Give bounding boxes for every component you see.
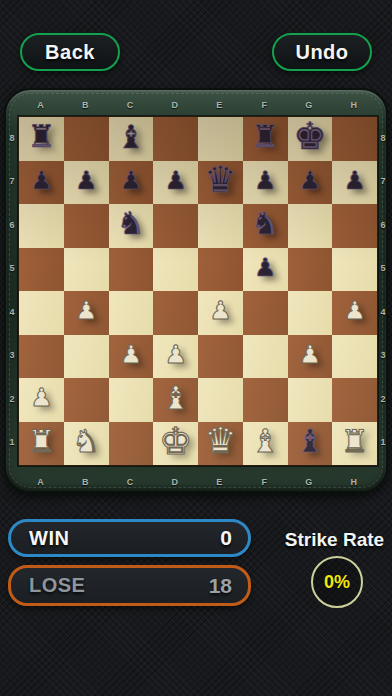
- rank-label-8: 8: [6, 116, 18, 160]
- square-e8[interactable]: [198, 117, 243, 161]
- square-c2[interactable]: [109, 378, 154, 422]
- file-label-a: A: [18, 474, 63, 490]
- file-label-e: E: [197, 474, 242, 490]
- square-a4[interactable]: [19, 291, 64, 335]
- piece-white-pawn[interactable]: ♟: [120, 342, 142, 367]
- square-g5[interactable]: [288, 248, 333, 292]
- file-label-f: F: [242, 97, 287, 113]
- square-d2[interactable]: ♝: [153, 378, 198, 422]
- square-h3[interactable]: [332, 335, 377, 379]
- rank-label-3: 3: [6, 334, 18, 378]
- square-b8[interactable]: [64, 117, 109, 161]
- file-label-d: D: [152, 97, 197, 113]
- square-h5[interactable]: [332, 248, 377, 292]
- piece-black-pawn[interactable]: ♟: [164, 168, 186, 193]
- piece-black-knight[interactable]: ♞: [251, 208, 279, 239]
- square-c4[interactable]: [109, 291, 154, 335]
- piece-white-rook[interactable]: ♜: [341, 426, 369, 457]
- chess-board-frame: ABCDEFGH 87654321 87654321 ABCDEFGH ♜♝♜♚…: [4, 88, 388, 493]
- lose-label: LOSE: [29, 574, 85, 597]
- file-label-h: H: [331, 97, 376, 113]
- piece-black-king[interactable]: ♚: [293, 118, 326, 155]
- square-a1[interactable]: ♜: [19, 422, 64, 466]
- piece-white-pawn[interactable]: ♟: [343, 298, 365, 323]
- square-d8[interactable]: [153, 117, 198, 161]
- piece-white-rook[interactable]: ♜: [27, 426, 55, 457]
- file-label-g: G: [287, 97, 332, 113]
- square-g3[interactable]: ♟: [288, 335, 333, 379]
- lose-value: 18: [209, 574, 232, 598]
- square-c6[interactable]: ♞: [109, 204, 154, 248]
- square-c3[interactable]: ♟: [109, 335, 154, 379]
- square-c5[interactable]: [109, 248, 154, 292]
- square-f8[interactable]: ♜: [243, 117, 288, 161]
- piece-black-pawn[interactable]: ♟: [299, 168, 321, 193]
- back-button[interactable]: Back: [20, 33, 120, 71]
- lose-counter: LOSE 18: [8, 565, 251, 606]
- rank-label-3: 3: [377, 334, 389, 378]
- square-c7[interactable]: ♟: [109, 161, 154, 205]
- piece-black-pawn[interactable]: ♟: [120, 168, 142, 193]
- square-b4[interactable]: ♟: [64, 291, 109, 335]
- rank-label-5: 5: [6, 247, 18, 291]
- rank-label-1: 1: [6, 421, 18, 465]
- square-f5[interactable]: ♟: [243, 248, 288, 292]
- piece-black-pawn[interactable]: ♟: [254, 255, 276, 280]
- square-e4[interactable]: ♟: [198, 291, 243, 335]
- file-label-b: B: [63, 97, 108, 113]
- square-a6[interactable]: [19, 204, 64, 248]
- piece-white-pawn[interactable]: ♟: [209, 298, 231, 323]
- file-label-f: F: [242, 474, 287, 490]
- square-g2[interactable]: [288, 378, 333, 422]
- square-d3[interactable]: ♟: [153, 335, 198, 379]
- piece-white-bishop[interactable]: ♝: [251, 425, 280, 457]
- strike-rate-badge: 0%: [311, 556, 363, 608]
- rank-label-2: 2: [6, 377, 18, 421]
- chess-board[interactable]: ♜♝♜♚♟♟♟♟♛♟♟♟♞♞♟♟♟♟♟♟♟♟♝♜♞♚♛♝♝♜: [18, 116, 378, 466]
- square-d5[interactable]: [153, 248, 198, 292]
- square-a7[interactable]: ♟: [19, 161, 64, 205]
- square-b1[interactable]: ♞: [64, 422, 109, 466]
- square-e1[interactable]: ♛: [198, 422, 243, 466]
- file-label-e: E: [197, 97, 242, 113]
- rank-labels-right: 87654321: [377, 116, 389, 464]
- rank-label-4: 4: [377, 290, 389, 334]
- piece-white-king[interactable]: ♚: [159, 423, 192, 460]
- piece-white-bishop[interactable]: ♝: [161, 382, 190, 414]
- rank-label-6: 6: [377, 203, 389, 247]
- square-b7[interactable]: ♟: [64, 161, 109, 205]
- square-g6[interactable]: [288, 204, 333, 248]
- square-d7[interactable]: ♟: [153, 161, 198, 205]
- square-h2[interactable]: [332, 378, 377, 422]
- square-h8[interactable]: [332, 117, 377, 161]
- piece-black-bishop[interactable]: ♝: [296, 425, 325, 457]
- square-a2[interactable]: ♟: [19, 378, 64, 422]
- square-a8[interactable]: ♜: [19, 117, 64, 161]
- square-e6[interactable]: [198, 204, 243, 248]
- strike-rate-label: Strike Rate: [277, 529, 392, 551]
- piece-black-pawn[interactable]: ♟: [30, 168, 52, 193]
- square-d4[interactable]: [153, 291, 198, 335]
- square-b6[interactable]: [64, 204, 109, 248]
- piece-black-pawn[interactable]: ♟: [75, 168, 97, 193]
- piece-white-queen[interactable]: ♛: [204, 423, 236, 459]
- win-counter: WIN 0: [8, 519, 251, 557]
- square-e3[interactable]: [198, 335, 243, 379]
- rank-label-2: 2: [377, 377, 389, 421]
- piece-white-pawn[interactable]: ♟: [299, 342, 321, 367]
- square-e2[interactable]: [198, 378, 243, 422]
- square-h4[interactable]: ♟: [332, 291, 377, 335]
- square-c8[interactable]: ♝: [109, 117, 154, 161]
- square-h6[interactable]: [332, 204, 377, 248]
- rank-label-7: 7: [6, 160, 18, 204]
- win-label: WIN: [29, 527, 69, 550]
- rank-label-1: 1: [377, 421, 389, 465]
- square-b2[interactable]: [64, 378, 109, 422]
- square-g1[interactable]: ♝: [288, 422, 333, 466]
- rank-label-6: 6: [6, 203, 18, 247]
- square-g8[interactable]: ♚: [288, 117, 333, 161]
- rank-label-4: 4: [6, 290, 18, 334]
- piece-black-queen[interactable]: ♛: [204, 162, 236, 198]
- rank-label-7: 7: [377, 160, 389, 204]
- piece-white-knight[interactable]: ♞: [72, 426, 100, 457]
- piece-white-pawn[interactable]: ♟: [164, 342, 186, 367]
- square-b5[interactable]: [64, 248, 109, 292]
- square-f2[interactable]: [243, 378, 288, 422]
- square-g4[interactable]: [288, 291, 333, 335]
- undo-button[interactable]: Undo: [272, 33, 372, 71]
- win-value: 0: [220, 526, 232, 550]
- file-labels-top: ABCDEFGH: [18, 97, 376, 113]
- file-label-d: D: [152, 474, 197, 490]
- square-c1[interactable]: [109, 422, 154, 466]
- file-label-a: A: [18, 97, 63, 113]
- file-label-b: B: [63, 474, 108, 490]
- piece-black-pawn[interactable]: ♟: [343, 168, 365, 193]
- file-label-g: G: [287, 474, 332, 490]
- file-label-h: H: [331, 474, 376, 490]
- square-g7[interactable]: ♟: [288, 161, 333, 205]
- chess-app-screen: Back Undo ABCDEFGH 87654321 87654321 ABC…: [0, 0, 392, 696]
- square-f4[interactable]: [243, 291, 288, 335]
- square-a3[interactable]: [19, 335, 64, 379]
- square-f3[interactable]: [243, 335, 288, 379]
- piece-white-pawn[interactable]: ♟: [75, 298, 97, 323]
- square-f7[interactable]: ♟: [243, 161, 288, 205]
- square-f1[interactable]: ♝: [243, 422, 288, 466]
- file-label-c: C: [108, 97, 153, 113]
- rank-labels-left: 87654321: [6, 116, 18, 464]
- piece-black-pawn[interactable]: ♟: [254, 168, 276, 193]
- rank-label-5: 5: [377, 247, 389, 291]
- file-labels-bottom: ABCDEFGH: [18, 474, 376, 490]
- piece-black-knight[interactable]: ♞: [117, 208, 145, 239]
- rank-label-8: 8: [377, 116, 389, 160]
- square-e5[interactable]: [198, 248, 243, 292]
- piece-black-bishop[interactable]: ♝: [117, 121, 146, 153]
- square-f6[interactable]: ♞: [243, 204, 288, 248]
- piece-black-rook[interactable]: ♜: [251, 121, 279, 152]
- file-label-c: C: [108, 474, 153, 490]
- square-e7[interactable]: ♛: [198, 161, 243, 205]
- piece-white-pawn[interactable]: ♟: [30, 385, 52, 410]
- piece-black-rook[interactable]: ♜: [27, 121, 55, 152]
- square-h1[interactable]: ♜: [332, 422, 377, 466]
- square-a5[interactable]: [19, 248, 64, 292]
- square-d6[interactable]: [153, 204, 198, 248]
- square-d1[interactable]: ♚: [153, 422, 198, 466]
- square-b3[interactable]: [64, 335, 109, 379]
- square-h7[interactable]: ♟: [332, 161, 377, 205]
- strike-rate-value: 0%: [324, 572, 350, 593]
